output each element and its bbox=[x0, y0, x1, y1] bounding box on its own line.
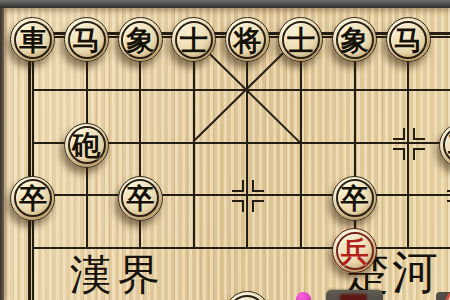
piece-black-soldier[interactable]: 卒 bbox=[332, 176, 377, 221]
piece-black-general[interactable]: 将 bbox=[225, 17, 270, 62]
piece-glyph: 卒 bbox=[126, 185, 154, 213]
piece-black-horse[interactable]: 马 bbox=[386, 17, 431, 62]
piece-glyph: 马 bbox=[73, 27, 101, 55]
cutoff-gray-button[interactable] bbox=[326, 290, 383, 300]
piece-glyph: 卒 bbox=[19, 185, 47, 213]
piece-glyph: 士 bbox=[287, 27, 315, 55]
piece-glyph: 卒 bbox=[341, 185, 369, 213]
piece-black-soldier[interactable]: 卒 bbox=[225, 291, 270, 300]
piece-black-rook[interactable]: 車 bbox=[439, 123, 450, 168]
piece-glyph: 象 bbox=[126, 27, 154, 55]
piece-black-advisor[interactable]: 士 bbox=[278, 17, 323, 62]
piece-black-elephant[interactable]: 象 bbox=[332, 17, 377, 62]
piece-glyph: 兵 bbox=[341, 238, 369, 266]
screen-left-edge bbox=[0, 8, 4, 300]
piece-black-cannon[interactable]: 砲 bbox=[64, 123, 109, 168]
piece-black-horse[interactable]: 马 bbox=[64, 17, 109, 62]
xiangqi-app-screen: 漢界 楚河 車马象士将士象马砲車卒卒卒兵卒 bbox=[0, 0, 450, 300]
piece-black-rook[interactable]: 車 bbox=[10, 17, 55, 62]
cutoff-button-text bbox=[340, 294, 367, 300]
piece-black-elephant[interactable]: 象 bbox=[118, 17, 163, 62]
piece-red-soldier[interactable]: 兵 bbox=[332, 228, 377, 273]
window-top-edge bbox=[0, 0, 450, 8]
piece-glyph: 马 bbox=[394, 27, 422, 55]
piece-glyph: 砲 bbox=[73, 132, 101, 160]
piece-glyph: 将 bbox=[233, 27, 261, 55]
piece-glyph: 士 bbox=[180, 27, 208, 55]
piece-black-soldier[interactable]: 卒 bbox=[10, 176, 55, 221]
piece-glyph: 象 bbox=[341, 27, 369, 55]
cutoff-magenta-dot-icon bbox=[296, 292, 311, 300]
piece-glyph: 車 bbox=[19, 27, 47, 55]
piece-black-advisor[interactable]: 士 bbox=[171, 17, 216, 62]
xiangqi-board: 車马象士将士象马砲車卒卒卒兵卒 bbox=[6, 11, 450, 300]
piece-black-soldier[interactable]: 卒 bbox=[118, 176, 163, 221]
